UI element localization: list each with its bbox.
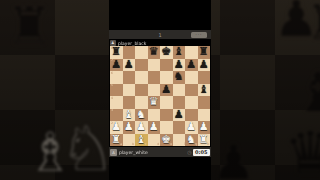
- square-b2[interactable]: ♟: [123, 121, 136, 134]
- rank-label-2: 2: [111, 122, 113, 125]
- rank-label-8: 8: [111, 47, 113, 50]
- square-h2[interactable]: ♟: [198, 121, 211, 134]
- square-c6[interactable]: [135, 71, 148, 84]
- file-label-c: c: [145, 143, 147, 146]
- square-d2[interactable]: ♟: [148, 121, 161, 134]
- square-b8[interactable]: [123, 46, 136, 59]
- square-a8[interactable]: 8♜: [110, 46, 123, 59]
- square-e1[interactable]: e♚: [160, 134, 173, 147]
- rank-label-1: 1: [111, 134, 113, 137]
- square-h8[interactable]: ♜: [198, 46, 211, 59]
- black-piece-f3[interactable]: ♟: [173, 109, 186, 122]
- square-e3[interactable]: [160, 109, 173, 122]
- white-piece-d2[interactable]: ♟: [148, 121, 161, 134]
- square-b6[interactable]: [123, 71, 136, 84]
- square-h6[interactable]: [198, 71, 211, 84]
- square-f5[interactable]: [173, 84, 186, 97]
- square-h4[interactable]: [198, 96, 211, 109]
- square-h1[interactable]: h♜: [198, 134, 211, 147]
- black-piece-d8[interactable]: ♛: [148, 46, 161, 59]
- square-d8[interactable]: ♛: [148, 46, 161, 59]
- bottom-player-clock: 0:05: [193, 149, 209, 156]
- square-b4[interactable]: [123, 96, 136, 109]
- square-e2[interactable]: [160, 121, 173, 134]
- rank-label-7: 7: [111, 59, 113, 62]
- square-h5[interactable]: ♝: [198, 84, 211, 97]
- square-f4[interactable]: [173, 96, 186, 109]
- black-piece-h8[interactable]: ♜: [198, 46, 211, 59]
- black-piece-b7[interactable]: ♟: [123, 59, 136, 72]
- square-e8[interactable]: ♚: [160, 46, 173, 59]
- square-f6[interactable]: ♞: [173, 71, 186, 84]
- top-bar-button[interactable]: ···: [191, 32, 207, 38]
- white-piece-g2[interactable]: ♟: [185, 121, 198, 134]
- white-piece-h2[interactable]: ♟: [198, 121, 211, 134]
- square-g5[interactable]: [185, 84, 198, 97]
- square-g6[interactable]: [185, 71, 198, 84]
- rank-label-3: 3: [111, 109, 113, 112]
- white-piece-c2[interactable]: ♟: [135, 121, 148, 134]
- black-piece-f8[interactable]: ♝: [173, 46, 186, 59]
- bottom-player-name: player_white: [119, 149, 148, 154]
- black-piece-f6[interactable]: ♞: [173, 71, 186, 84]
- square-g2[interactable]: ♟: [185, 121, 198, 134]
- square-c1[interactable]: c♝: [135, 134, 148, 147]
- square-a6[interactable]: 6: [110, 71, 123, 84]
- black-piece-h7[interactable]: ♟: [198, 59, 211, 72]
- square-f8[interactable]: ♝: [173, 46, 186, 59]
- square-d7[interactable]: [148, 59, 161, 72]
- clock-icon: ◷: [187, 149, 191, 155]
- square-e6[interactable]: [160, 71, 173, 84]
- black-piece-e5[interactable]: ♟: [160, 84, 173, 97]
- square-a7[interactable]: 7♟: [110, 59, 123, 72]
- bottom-player-bar: ♙ player_white ◷ 0:05: [109, 147, 211, 157]
- square-e5[interactable]: ♟: [160, 84, 173, 97]
- square-c8[interactable]: [135, 46, 148, 59]
- square-e4[interactable]: [160, 96, 173, 109]
- white-piece-b2[interactable]: ♟: [123, 121, 136, 134]
- clock-area: ◷ 0:05: [187, 149, 211, 156]
- square-a5[interactable]: 5: [110, 84, 123, 97]
- square-c7[interactable]: [135, 59, 148, 72]
- video-frame: ♜♟♜♝♗♘♟♛ 1 ··· ♟ player_black ♙ player_w…: [0, 0, 320, 180]
- square-e7[interactable]: [160, 59, 173, 72]
- top-player-name: player_black: [118, 40, 146, 45]
- rank-label-6: 6: [111, 72, 113, 75]
- square-f1[interactable]: f: [173, 134, 186, 147]
- square-b1[interactable]: b: [123, 134, 136, 147]
- square-b5[interactable]: [123, 84, 136, 97]
- file-label-a: a: [120, 143, 122, 146]
- square-b7[interactable]: ♟: [123, 59, 136, 72]
- file-label-g: g: [195, 143, 197, 146]
- square-h7[interactable]: ♟: [198, 59, 211, 72]
- square-g8[interactable]: [185, 46, 198, 59]
- rank-label-5: 5: [111, 84, 113, 87]
- square-d1[interactable]: d: [148, 134, 161, 147]
- bottom-player-avatar[interactable]: ♙: [110, 149, 117, 156]
- chess-board[interactable]: 8♜♛♚♝♜7♟♟♟♟♟6♞5♟♝4♛3♝♞♟2♟♟♟♟♟♟1a♜bc♝de♚f…: [110, 46, 210, 146]
- square-d6[interactable]: [148, 71, 161, 84]
- square-c2[interactable]: ♟: [135, 121, 148, 134]
- square-g7[interactable]: ♟: [185, 59, 198, 72]
- square-d4[interactable]: ♛: [148, 96, 161, 109]
- square-f2[interactable]: [173, 121, 186, 134]
- square-a4[interactable]: 4: [110, 96, 123, 109]
- white-piece-d4[interactable]: ♛: [148, 96, 161, 109]
- square-a1[interactable]: 1a♜: [110, 134, 123, 147]
- square-f3[interactable]: ♟: [173, 109, 186, 122]
- square-g1[interactable]: g♞: [185, 134, 198, 147]
- black-piece-g7[interactable]: ♟: [185, 59, 198, 72]
- app-top-bar: 1 ···: [109, 30, 211, 39]
- rank-label-4: 4: [111, 97, 113, 100]
- file-label-f: f: [183, 143, 184, 146]
- black-piece-h5[interactable]: ♝: [198, 84, 211, 97]
- black-piece-e8[interactable]: ♚: [160, 46, 173, 59]
- square-c5[interactable]: [135, 84, 148, 97]
- square-c4[interactable]: [135, 96, 148, 109]
- square-a2[interactable]: 2♟: [110, 121, 123, 134]
- file-label-e: e: [170, 143, 172, 146]
- square-g4[interactable]: [185, 96, 198, 109]
